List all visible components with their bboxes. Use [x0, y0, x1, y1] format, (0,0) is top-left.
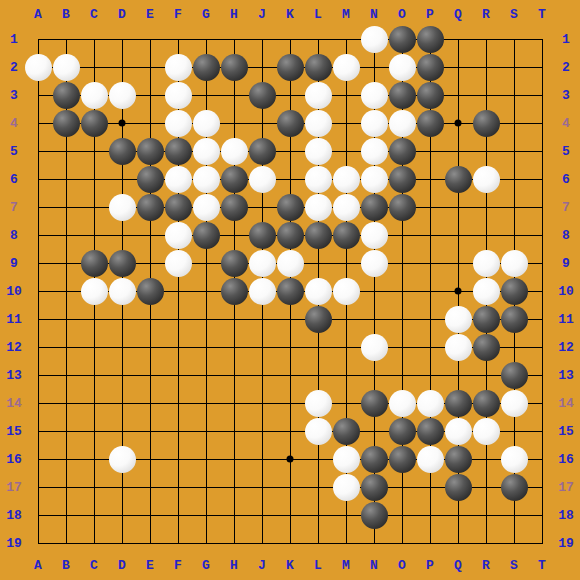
intersection-H3[interactable] [220, 81, 248, 109]
intersection-E10[interactable] [136, 277, 164, 305]
intersection-J11[interactable] [248, 305, 276, 333]
intersection-S4[interactable] [500, 109, 528, 137]
intersection-M1[interactable] [332, 25, 360, 53]
intersection-E8[interactable] [136, 221, 164, 249]
intersection-E16[interactable] [136, 445, 164, 473]
intersection-B15[interactable] [52, 417, 80, 445]
intersection-C6[interactable] [80, 165, 108, 193]
intersection-T12[interactable] [528, 333, 556, 361]
intersection-F2[interactable] [164, 53, 192, 81]
intersection-J14[interactable] [248, 389, 276, 417]
intersection-N6[interactable] [360, 165, 388, 193]
intersection-P9[interactable] [416, 249, 444, 277]
intersection-S10[interactable] [500, 277, 528, 305]
intersection-P8[interactable] [416, 221, 444, 249]
intersection-H15[interactable] [220, 417, 248, 445]
intersection-H8[interactable] [220, 221, 248, 249]
intersection-L8[interactable] [304, 221, 332, 249]
intersection-P17[interactable] [416, 473, 444, 501]
intersection-F16[interactable] [164, 445, 192, 473]
intersection-K12[interactable] [276, 333, 304, 361]
intersection-F8[interactable] [164, 221, 192, 249]
intersection-F3[interactable] [164, 81, 192, 109]
intersection-H4[interactable] [220, 109, 248, 137]
intersection-O18[interactable] [388, 501, 416, 529]
intersection-K1[interactable] [276, 25, 304, 53]
intersection-G15[interactable] [192, 417, 220, 445]
intersection-N4[interactable] [360, 109, 388, 137]
intersection-R19[interactable] [472, 529, 500, 557]
intersection-M5[interactable] [332, 137, 360, 165]
intersection-J18[interactable] [248, 501, 276, 529]
intersection-B7[interactable] [52, 193, 80, 221]
intersection-A8[interactable] [24, 221, 52, 249]
intersection-A7[interactable] [24, 193, 52, 221]
intersection-H6[interactable] [220, 165, 248, 193]
intersection-O17[interactable] [388, 473, 416, 501]
intersection-R14[interactable] [472, 389, 500, 417]
intersection-A9[interactable] [24, 249, 52, 277]
intersection-P5[interactable] [416, 137, 444, 165]
intersection-H13[interactable] [220, 361, 248, 389]
intersection-D1[interactable] [108, 25, 136, 53]
intersection-J13[interactable] [248, 361, 276, 389]
intersection-K16[interactable] [276, 445, 304, 473]
intersection-M7[interactable] [332, 193, 360, 221]
intersection-G9[interactable] [192, 249, 220, 277]
intersection-S17[interactable] [500, 473, 528, 501]
intersection-R1[interactable] [472, 25, 500, 53]
intersection-L11[interactable] [304, 305, 332, 333]
intersection-N7[interactable] [360, 193, 388, 221]
intersection-L4[interactable] [304, 109, 332, 137]
intersection-D17[interactable] [108, 473, 136, 501]
intersection-T13[interactable] [528, 361, 556, 389]
intersection-Q10[interactable] [444, 277, 472, 305]
intersection-B14[interactable] [52, 389, 80, 417]
intersection-G5[interactable] [192, 137, 220, 165]
intersection-B6[interactable] [52, 165, 80, 193]
intersection-K5[interactable] [276, 137, 304, 165]
intersection-R10[interactable] [472, 277, 500, 305]
intersection-T15[interactable] [528, 417, 556, 445]
intersection-E13[interactable] [136, 361, 164, 389]
intersection-A5[interactable] [24, 137, 52, 165]
intersection-N8[interactable] [360, 221, 388, 249]
intersection-F18[interactable] [164, 501, 192, 529]
intersection-T10[interactable] [528, 277, 556, 305]
intersection-E2[interactable] [136, 53, 164, 81]
intersection-J5[interactable] [248, 137, 276, 165]
intersection-K4[interactable] [276, 109, 304, 137]
intersection-S3[interactable] [500, 81, 528, 109]
intersection-J10[interactable] [248, 277, 276, 305]
intersection-M9[interactable] [332, 249, 360, 277]
intersection-C8[interactable] [80, 221, 108, 249]
intersection-H9[interactable] [220, 249, 248, 277]
intersection-L1[interactable] [304, 25, 332, 53]
intersection-O3[interactable] [388, 81, 416, 109]
intersection-K17[interactable] [276, 473, 304, 501]
intersection-K8[interactable] [276, 221, 304, 249]
intersection-H7[interactable] [220, 193, 248, 221]
intersection-J7[interactable] [248, 193, 276, 221]
intersection-T16[interactable] [528, 445, 556, 473]
intersection-Q3[interactable] [444, 81, 472, 109]
intersection-J1[interactable] [248, 25, 276, 53]
intersection-P13[interactable] [416, 361, 444, 389]
intersection-D4[interactable] [108, 109, 136, 137]
intersection-J19[interactable] [248, 529, 276, 557]
intersection-A12[interactable] [24, 333, 52, 361]
intersection-P6[interactable] [416, 165, 444, 193]
intersection-M17[interactable] [332, 473, 360, 501]
intersection-E19[interactable] [136, 529, 164, 557]
intersection-J12[interactable] [248, 333, 276, 361]
intersection-P19[interactable] [416, 529, 444, 557]
intersection-T2[interactable] [528, 53, 556, 81]
intersection-C10[interactable] [80, 277, 108, 305]
intersection-Q19[interactable] [444, 529, 472, 557]
intersection-D11[interactable] [108, 305, 136, 333]
intersection-E7[interactable] [136, 193, 164, 221]
intersection-G8[interactable] [192, 221, 220, 249]
intersection-L14[interactable] [304, 389, 332, 417]
intersection-O7[interactable] [388, 193, 416, 221]
intersection-C3[interactable] [80, 81, 108, 109]
intersection-P14[interactable] [416, 389, 444, 417]
intersection-R17[interactable] [472, 473, 500, 501]
intersection-A19[interactable] [24, 529, 52, 557]
intersection-Q9[interactable] [444, 249, 472, 277]
intersection-M6[interactable] [332, 165, 360, 193]
intersection-N17[interactable] [360, 473, 388, 501]
intersection-K2[interactable] [276, 53, 304, 81]
intersection-F5[interactable] [164, 137, 192, 165]
intersection-R16[interactable] [472, 445, 500, 473]
intersection-F19[interactable] [164, 529, 192, 557]
intersection-K18[interactable] [276, 501, 304, 529]
intersection-R9[interactable] [472, 249, 500, 277]
intersection-F7[interactable] [164, 193, 192, 221]
intersection-J9[interactable] [248, 249, 276, 277]
intersection-C7[interactable] [80, 193, 108, 221]
intersection-N14[interactable] [360, 389, 388, 417]
intersection-T19[interactable] [528, 529, 556, 557]
intersection-F17[interactable] [164, 473, 192, 501]
intersection-H12[interactable] [220, 333, 248, 361]
intersection-K10[interactable] [276, 277, 304, 305]
intersection-D13[interactable] [108, 361, 136, 389]
intersection-N3[interactable] [360, 81, 388, 109]
intersection-N5[interactable] [360, 137, 388, 165]
intersection-O8[interactable] [388, 221, 416, 249]
intersection-Q14[interactable] [444, 389, 472, 417]
intersection-S15[interactable] [500, 417, 528, 445]
intersection-S11[interactable] [500, 305, 528, 333]
intersection-P18[interactable] [416, 501, 444, 529]
intersection-F4[interactable] [164, 109, 192, 137]
intersection-M4[interactable] [332, 109, 360, 137]
intersection-C13[interactable] [80, 361, 108, 389]
intersection-T4[interactable] [528, 109, 556, 137]
intersection-F11[interactable] [164, 305, 192, 333]
intersection-P16[interactable] [416, 445, 444, 473]
intersection-H18[interactable] [220, 501, 248, 529]
intersection-F13[interactable] [164, 361, 192, 389]
intersection-K9[interactable] [276, 249, 304, 277]
intersection-E11[interactable] [136, 305, 164, 333]
intersection-H11[interactable] [220, 305, 248, 333]
intersection-T7[interactable] [528, 193, 556, 221]
intersection-D5[interactable] [108, 137, 136, 165]
intersection-T9[interactable] [528, 249, 556, 277]
intersection-C2[interactable] [80, 53, 108, 81]
intersection-T17[interactable] [528, 473, 556, 501]
intersection-C16[interactable] [80, 445, 108, 473]
intersection-B19[interactable] [52, 529, 80, 557]
intersection-E5[interactable] [136, 137, 164, 165]
intersection-O5[interactable] [388, 137, 416, 165]
intersection-N13[interactable] [360, 361, 388, 389]
intersection-S14[interactable] [500, 389, 528, 417]
intersection-G19[interactable] [192, 529, 220, 557]
intersection-A4[interactable] [24, 109, 52, 137]
intersection-R6[interactable] [472, 165, 500, 193]
intersection-S16[interactable] [500, 445, 528, 473]
intersection-T11[interactable] [528, 305, 556, 333]
intersection-R4[interactable] [472, 109, 500, 137]
intersection-B17[interactable] [52, 473, 80, 501]
intersection-N2[interactable] [360, 53, 388, 81]
intersection-B2[interactable] [52, 53, 80, 81]
intersection-G14[interactable] [192, 389, 220, 417]
intersection-A14[interactable] [24, 389, 52, 417]
intersection-L2[interactable] [304, 53, 332, 81]
intersection-Q18[interactable] [444, 501, 472, 529]
intersection-B4[interactable] [52, 109, 80, 137]
intersection-N18[interactable] [360, 501, 388, 529]
intersection-O10[interactable] [388, 277, 416, 305]
intersection-Q4[interactable] [444, 109, 472, 137]
intersection-G6[interactable] [192, 165, 220, 193]
intersection-S19[interactable] [500, 529, 528, 557]
intersection-J4[interactable] [248, 109, 276, 137]
intersection-F10[interactable] [164, 277, 192, 305]
intersection-N9[interactable] [360, 249, 388, 277]
intersection-P4[interactable] [416, 109, 444, 137]
intersection-O6[interactable] [388, 165, 416, 193]
intersection-O9[interactable] [388, 249, 416, 277]
intersection-F12[interactable] [164, 333, 192, 361]
intersection-C19[interactable] [80, 529, 108, 557]
intersection-C17[interactable] [80, 473, 108, 501]
intersection-L3[interactable] [304, 81, 332, 109]
intersection-M2[interactable] [332, 53, 360, 81]
intersection-E18[interactable] [136, 501, 164, 529]
intersection-M8[interactable] [332, 221, 360, 249]
intersection-H16[interactable] [220, 445, 248, 473]
intersection-O15[interactable] [388, 417, 416, 445]
intersection-J6[interactable] [248, 165, 276, 193]
intersection-H10[interactable] [220, 277, 248, 305]
intersection-P11[interactable] [416, 305, 444, 333]
intersection-B12[interactable] [52, 333, 80, 361]
intersection-P15[interactable] [416, 417, 444, 445]
intersection-B5[interactable] [52, 137, 80, 165]
intersection-R5[interactable] [472, 137, 500, 165]
intersection-L17[interactable] [304, 473, 332, 501]
intersection-J8[interactable] [248, 221, 276, 249]
intersection-O1[interactable] [388, 25, 416, 53]
intersection-A2[interactable] [24, 53, 52, 81]
intersection-J16[interactable] [248, 445, 276, 473]
intersection-C18[interactable] [80, 501, 108, 529]
intersection-H17[interactable] [220, 473, 248, 501]
intersection-S2[interactable] [500, 53, 528, 81]
intersection-B10[interactable] [52, 277, 80, 305]
intersection-M3[interactable] [332, 81, 360, 109]
intersection-B13[interactable] [52, 361, 80, 389]
intersection-D8[interactable] [108, 221, 136, 249]
intersection-S8[interactable] [500, 221, 528, 249]
intersection-H14[interactable] [220, 389, 248, 417]
intersection-S7[interactable] [500, 193, 528, 221]
intersection-G12[interactable] [192, 333, 220, 361]
intersection-C9[interactable] [80, 249, 108, 277]
intersection-E9[interactable] [136, 249, 164, 277]
intersection-R13[interactable] [472, 361, 500, 389]
intersection-D2[interactable] [108, 53, 136, 81]
intersection-P12[interactable] [416, 333, 444, 361]
intersection-L12[interactable] [304, 333, 332, 361]
intersection-L6[interactable] [304, 165, 332, 193]
intersection-D14[interactable] [108, 389, 136, 417]
intersection-R8[interactable] [472, 221, 500, 249]
intersection-K7[interactable] [276, 193, 304, 221]
intersection-N15[interactable] [360, 417, 388, 445]
intersection-R3[interactable] [472, 81, 500, 109]
intersection-T3[interactable] [528, 81, 556, 109]
intersection-J15[interactable] [248, 417, 276, 445]
intersection-K14[interactable] [276, 389, 304, 417]
intersection-D9[interactable] [108, 249, 136, 277]
intersection-O11[interactable] [388, 305, 416, 333]
intersection-Q7[interactable] [444, 193, 472, 221]
intersection-A13[interactable] [24, 361, 52, 389]
intersection-S6[interactable] [500, 165, 528, 193]
intersection-Q11[interactable] [444, 305, 472, 333]
intersection-O13[interactable] [388, 361, 416, 389]
intersection-A1[interactable] [24, 25, 52, 53]
intersection-A10[interactable] [24, 277, 52, 305]
intersection-T1[interactable] [528, 25, 556, 53]
intersection-Q5[interactable] [444, 137, 472, 165]
intersection-R12[interactable] [472, 333, 500, 361]
intersection-E12[interactable] [136, 333, 164, 361]
intersection-J17[interactable] [248, 473, 276, 501]
intersection-E1[interactable] [136, 25, 164, 53]
go-board[interactable] [24, 25, 556, 557]
intersection-C14[interactable] [80, 389, 108, 417]
intersection-G1[interactable] [192, 25, 220, 53]
intersection-S18[interactable] [500, 501, 528, 529]
intersection-L5[interactable] [304, 137, 332, 165]
intersection-S12[interactable] [500, 333, 528, 361]
intersection-P1[interactable] [416, 25, 444, 53]
intersection-F9[interactable] [164, 249, 192, 277]
intersection-D6[interactable] [108, 165, 136, 193]
intersection-D7[interactable] [108, 193, 136, 221]
intersection-R2[interactable] [472, 53, 500, 81]
intersection-G18[interactable] [192, 501, 220, 529]
intersection-G10[interactable] [192, 277, 220, 305]
intersection-A17[interactable] [24, 473, 52, 501]
intersection-E3[interactable] [136, 81, 164, 109]
intersection-K3[interactable] [276, 81, 304, 109]
intersection-H19[interactable] [220, 529, 248, 557]
intersection-M13[interactable] [332, 361, 360, 389]
intersection-H1[interactable] [220, 25, 248, 53]
intersection-E15[interactable] [136, 417, 164, 445]
intersection-G13[interactable] [192, 361, 220, 389]
intersection-S13[interactable] [500, 361, 528, 389]
intersection-N1[interactable] [360, 25, 388, 53]
intersection-S9[interactable] [500, 249, 528, 277]
intersection-M10[interactable] [332, 277, 360, 305]
intersection-P2[interactable] [416, 53, 444, 81]
intersection-N11[interactable] [360, 305, 388, 333]
intersection-D3[interactable] [108, 81, 136, 109]
intersection-C4[interactable] [80, 109, 108, 137]
intersection-J2[interactable] [248, 53, 276, 81]
intersection-T8[interactable] [528, 221, 556, 249]
intersection-K19[interactable] [276, 529, 304, 557]
intersection-O12[interactable] [388, 333, 416, 361]
intersection-S1[interactable] [500, 25, 528, 53]
intersection-A6[interactable] [24, 165, 52, 193]
intersection-B18[interactable] [52, 501, 80, 529]
intersection-Q17[interactable] [444, 473, 472, 501]
intersection-R7[interactable] [472, 193, 500, 221]
intersection-L19[interactable] [304, 529, 332, 557]
intersection-S5[interactable] [500, 137, 528, 165]
intersection-D18[interactable] [108, 501, 136, 529]
intersection-B11[interactable] [52, 305, 80, 333]
intersection-L9[interactable] [304, 249, 332, 277]
intersection-E6[interactable] [136, 165, 164, 193]
intersection-A18[interactable] [24, 501, 52, 529]
intersection-O4[interactable] [388, 109, 416, 137]
intersection-A16[interactable] [24, 445, 52, 473]
intersection-H5[interactable] [220, 137, 248, 165]
intersection-N12[interactable] [360, 333, 388, 361]
intersection-A3[interactable] [24, 81, 52, 109]
intersection-G4[interactable] [192, 109, 220, 137]
intersection-L16[interactable] [304, 445, 332, 473]
intersection-H2[interactable] [220, 53, 248, 81]
intersection-F14[interactable] [164, 389, 192, 417]
intersection-R11[interactable] [472, 305, 500, 333]
intersection-C15[interactable] [80, 417, 108, 445]
intersection-P3[interactable] [416, 81, 444, 109]
intersection-G7[interactable] [192, 193, 220, 221]
intersection-T14[interactable] [528, 389, 556, 417]
intersection-N16[interactable] [360, 445, 388, 473]
intersection-K15[interactable] [276, 417, 304, 445]
intersection-B3[interactable] [52, 81, 80, 109]
intersection-G3[interactable] [192, 81, 220, 109]
